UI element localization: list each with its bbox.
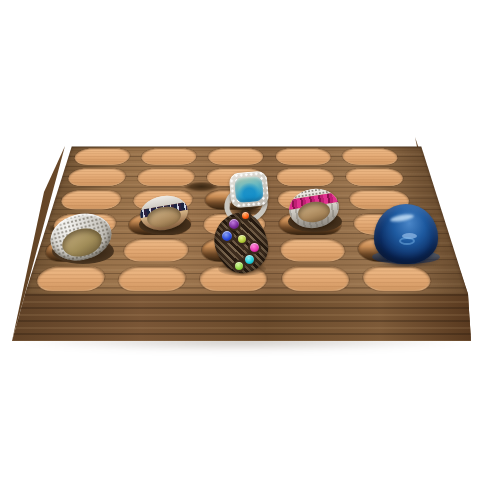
gem-teal [243, 253, 256, 266]
ring-slot [66, 168, 127, 186]
ring-slot [140, 148, 197, 165]
blue-glass-dome-ring [372, 204, 442, 270]
ring-slot [276, 168, 334, 186]
gem-blue [220, 229, 234, 243]
ring-slot [341, 148, 399, 165]
ring-slot [59, 190, 123, 209]
glass-inner-reflection [399, 237, 415, 245]
ring-slot [208, 148, 263, 165]
pink-channel-band-ring [288, 189, 342, 234]
silver-mesh-band-ring [48, 214, 116, 266]
turquoise-stone [234, 176, 264, 203]
gem-light-green [233, 260, 245, 272]
ring-slot [72, 148, 131, 165]
gold-gem-stacked-band-ring [138, 196, 192, 236]
ring-slot [275, 148, 331, 165]
ring-slot [33, 267, 106, 292]
ring-slot [136, 168, 195, 186]
product-photo [0, 0, 480, 480]
tray-front-face [12, 294, 472, 341]
multi-gem-wave-ring [210, 210, 274, 278]
ring-slot [122, 239, 189, 262]
ring-slot [362, 267, 434, 292]
gem-orange [240, 210, 251, 221]
ring-slot [117, 267, 187, 292]
ring-slot [281, 267, 350, 292]
ring-tray [0, 0, 480, 480]
ring-slot [280, 239, 346, 262]
ring-slot [345, 168, 406, 186]
gem-peridot [236, 233, 248, 245]
